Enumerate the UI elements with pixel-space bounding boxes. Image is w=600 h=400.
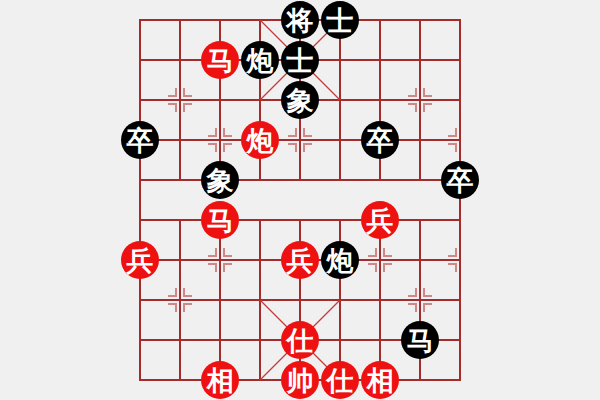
piece-black-advisor[interactable]: 士 (281, 41, 319, 79)
xiangqi-app: 将士炮士象卒卒象卒炮马马炮马兵兵兵仕相帅仕相 (0, 0, 600, 400)
piece-red-horse[interactable]: 马 (201, 201, 239, 239)
piece-red-soldier[interactable]: 兵 (361, 201, 399, 239)
piece-black-soldier[interactable]: 卒 (441, 161, 479, 199)
piece-red-soldier[interactable]: 兵 (121, 241, 159, 279)
piece-black-cannon[interactable]: 炮 (241, 41, 279, 79)
piece-black-general[interactable]: 将 (281, 1, 319, 39)
piece-black-soldier[interactable]: 卒 (361, 121, 399, 159)
piece-black-elephant[interactable]: 象 (201, 161, 239, 199)
piece-black-soldier[interactable]: 卒 (121, 121, 159, 159)
piece-red-horse[interactable]: 马 (201, 41, 239, 79)
piece-red-elephant[interactable]: 相 (361, 361, 399, 399)
board-grid: 将士炮士象卒卒象卒炮马马炮马兵兵兵仕相帅仕相 (120, 0, 480, 400)
piece-red-elephant[interactable]: 相 (201, 361, 239, 399)
piece-red-advisor[interactable]: 仕 (321, 361, 359, 399)
piece-black-elephant[interactable]: 象 (281, 81, 319, 119)
piece-black-horse[interactable]: 马 (401, 321, 439, 359)
piece-red-cannon[interactable]: 炮 (241, 121, 279, 159)
piece-red-soldier[interactable]: 兵 (281, 241, 319, 279)
piece-red-general[interactable]: 帅 (281, 361, 319, 399)
piece-black-advisor[interactable]: 士 (321, 1, 359, 39)
piece-black-cannon[interactable]: 炮 (321, 241, 359, 279)
piece-red-advisor[interactable]: 仕 (281, 321, 319, 359)
